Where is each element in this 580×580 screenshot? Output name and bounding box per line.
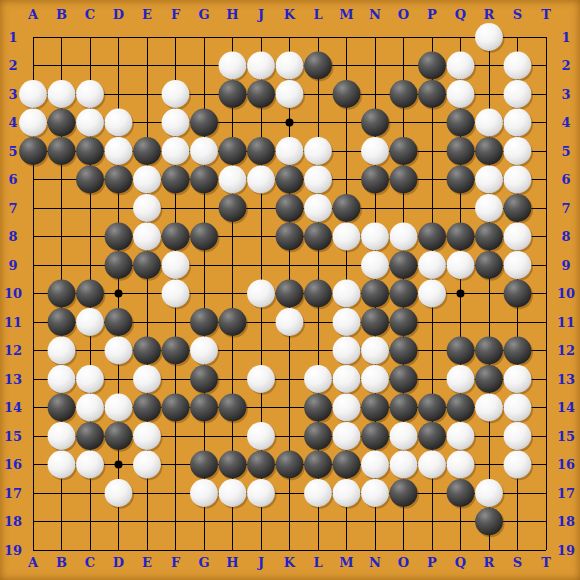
coord-label-bottom-E: E <box>142 555 152 570</box>
stone-white-Q3[interactable] <box>447 80 475 108</box>
stone-white-K2[interactable] <box>276 52 304 80</box>
coord-label-left-8: 8 <box>8 229 17 244</box>
coord-label-left-11: 11 <box>4 315 22 330</box>
stone-white-S9[interactable] <box>504 251 532 279</box>
coord-label-right-19: 19 <box>557 543 575 558</box>
stone-black-K6[interactable] <box>276 166 304 194</box>
coord-label-bottom-M: M <box>339 555 353 570</box>
coord-label-left-9: 9 <box>8 258 17 273</box>
stone-black-P15[interactable] <box>418 422 446 450</box>
stone-black-C6[interactable] <box>76 166 104 194</box>
stone-white-A3[interactable] <box>19 80 47 108</box>
stone-white-F3[interactable] <box>162 80 190 108</box>
stone-black-G8[interactable] <box>190 223 218 251</box>
stone-white-N12[interactable] <box>361 337 389 365</box>
stone-black-L10[interactable] <box>304 280 332 308</box>
stone-black-Q4[interactable] <box>447 109 475 137</box>
stone-black-G4[interactable] <box>190 109 218 137</box>
stone-white-C14[interactable] <box>76 394 104 422</box>
stone-black-O12[interactable] <box>390 337 418 365</box>
coord-label-top-Q: Q <box>455 7 466 22</box>
coord-label-left-1: 1 <box>8 30 17 45</box>
stone-white-S8[interactable] <box>504 223 532 251</box>
stone-white-S14[interactable] <box>504 394 532 422</box>
coord-label-right-2: 2 <box>561 58 570 73</box>
coord-label-left-16: 16 <box>4 457 22 472</box>
stone-white-O15[interactable] <box>390 422 418 450</box>
coord-label-right-9: 9 <box>561 258 570 273</box>
stone-white-E8[interactable] <box>133 223 161 251</box>
stone-black-Q5[interactable] <box>447 137 475 165</box>
coord-label-right-11: 11 <box>557 315 575 330</box>
coord-label-right-8: 8 <box>561 229 570 244</box>
stone-black-H3[interactable] <box>219 80 247 108</box>
stone-white-M13[interactable] <box>333 365 361 393</box>
star-point-K4 <box>286 119 294 127</box>
stone-black-F6[interactable] <box>162 166 190 194</box>
stone-white-M12[interactable] <box>333 337 361 365</box>
stone-white-N9[interactable] <box>361 251 389 279</box>
stone-white-S2[interactable] <box>504 52 532 80</box>
coord-label-top-C: C <box>85 7 95 22</box>
stone-white-R17[interactable] <box>475 479 503 507</box>
stone-white-C16[interactable] <box>76 451 104 479</box>
stone-white-B13[interactable] <box>48 365 76 393</box>
stone-white-E6[interactable] <box>133 166 161 194</box>
stone-white-D5[interactable] <box>105 137 133 165</box>
coord-label-top-D: D <box>113 7 124 22</box>
stone-white-S15[interactable] <box>504 422 532 450</box>
stone-white-M17[interactable] <box>333 479 361 507</box>
coord-label-left-12: 12 <box>4 343 22 358</box>
stone-white-C11[interactable] <box>76 308 104 336</box>
coord-label-left-13: 13 <box>4 372 22 387</box>
stone-black-P2[interactable] <box>418 52 446 80</box>
stone-white-Q9[interactable] <box>447 251 475 279</box>
stone-black-H14[interactable] <box>219 394 247 422</box>
stone-black-R13[interactable] <box>475 365 503 393</box>
coord-label-top-N: N <box>369 7 381 22</box>
coord-label-top-J: J <box>257 7 264 22</box>
stone-white-H2[interactable] <box>219 52 247 80</box>
stone-white-F4[interactable] <box>162 109 190 137</box>
stone-white-K5[interactable] <box>276 137 304 165</box>
stone-black-D8[interactable] <box>105 223 133 251</box>
stone-black-P14[interactable] <box>418 394 446 422</box>
stone-black-G14[interactable] <box>190 394 218 422</box>
coord-label-left-6: 6 <box>8 172 17 187</box>
coord-label-top-K: K <box>284 7 296 22</box>
coord-label-bottom-A: A <box>27 555 39 570</box>
stone-white-S5[interactable] <box>504 137 532 165</box>
stone-black-B11[interactable] <box>48 308 76 336</box>
coord-label-right-16: 16 <box>557 457 575 472</box>
stone-white-O16[interactable] <box>390 451 418 479</box>
stone-white-N5[interactable] <box>361 137 389 165</box>
coord-label-right-10: 10 <box>557 286 575 301</box>
coord-label-left-7: 7 <box>8 201 17 216</box>
stone-white-D14[interactable] <box>105 394 133 422</box>
stone-white-L13[interactable] <box>304 365 332 393</box>
stone-black-G6[interactable] <box>190 166 218 194</box>
stone-black-N14[interactable] <box>361 394 389 422</box>
coord-label-left-3: 3 <box>8 87 17 102</box>
stone-black-Q6[interactable] <box>447 166 475 194</box>
coord-label-bottom-S: S <box>513 555 522 570</box>
stone-black-D15[interactable] <box>105 422 133 450</box>
coord-label-bottom-L: L <box>313 555 322 570</box>
stone-black-J3[interactable] <box>247 80 275 108</box>
stone-white-N13[interactable] <box>361 365 389 393</box>
coord-label-bottom-D: D <box>113 555 124 570</box>
coord-label-top-H: H <box>226 7 238 22</box>
stone-white-D17[interactable] <box>105 479 133 507</box>
stone-black-J5[interactable] <box>247 137 275 165</box>
stone-black-O14[interactable] <box>390 394 418 422</box>
stone-black-L14[interactable] <box>304 394 332 422</box>
coord-label-bottom-K: K <box>284 555 296 570</box>
stone-black-C15[interactable] <box>76 422 104 450</box>
stone-white-S3[interactable] <box>504 80 532 108</box>
coord-label-left-17: 17 <box>4 486 22 501</box>
stone-white-R14[interactable] <box>475 394 503 422</box>
stone-black-N10[interactable] <box>361 280 389 308</box>
stone-white-N17[interactable] <box>361 479 389 507</box>
coord-label-left-2: 2 <box>8 58 17 73</box>
stone-black-F14[interactable] <box>162 394 190 422</box>
coord-label-top-B: B <box>56 7 67 22</box>
coord-label-bottom-O: O <box>398 555 409 570</box>
coord-label-right-7: 7 <box>561 201 570 216</box>
stone-black-O5[interactable] <box>390 137 418 165</box>
stone-white-P10[interactable] <box>418 280 446 308</box>
stone-white-J2[interactable] <box>247 52 275 80</box>
stone-white-C4[interactable] <box>76 109 104 137</box>
stone-black-L2[interactable] <box>304 52 332 80</box>
stone-black-C10[interactable] <box>76 280 104 308</box>
stone-black-B4[interactable] <box>48 109 76 137</box>
stone-black-D6[interactable] <box>105 166 133 194</box>
coord-label-top-T: T <box>541 7 551 22</box>
stone-black-K7[interactable] <box>276 194 304 222</box>
stone-black-O6[interactable] <box>390 166 418 194</box>
stone-white-L7[interactable] <box>304 194 332 222</box>
stone-white-D12[interactable] <box>105 337 133 365</box>
stone-black-F8[interactable] <box>162 223 190 251</box>
stone-black-O11[interactable] <box>390 308 418 336</box>
coord-label-top-A: A <box>27 7 39 22</box>
stone-black-K16[interactable] <box>276 451 304 479</box>
coord-label-right-14: 14 <box>557 400 575 415</box>
coord-label-right-5: 5 <box>561 144 570 159</box>
stone-black-O9[interactable] <box>390 251 418 279</box>
stone-black-E5[interactable] <box>133 137 161 165</box>
stone-white-M15[interactable] <box>333 422 361 450</box>
stone-black-G16[interactable] <box>190 451 218 479</box>
stone-white-P16[interactable] <box>418 451 446 479</box>
stone-black-M16[interactable] <box>333 451 361 479</box>
stone-white-M11[interactable] <box>333 308 361 336</box>
stone-black-Q14[interactable] <box>447 394 475 422</box>
coord-label-right-12: 12 <box>557 343 575 358</box>
stone-white-E16[interactable] <box>133 451 161 479</box>
stone-black-L15[interactable] <box>304 422 332 450</box>
stone-black-L16[interactable] <box>304 451 332 479</box>
stone-white-P9[interactable] <box>418 251 446 279</box>
stone-white-H6[interactable] <box>219 166 247 194</box>
coord-label-top-G: G <box>198 7 209 22</box>
stone-white-G17[interactable] <box>190 479 218 507</box>
coord-label-left-14: 14 <box>4 400 22 415</box>
coord-label-bottom-C: C <box>85 555 95 570</box>
go-board[interactable]: AABBCCDDEEFFGGHHJJKKLLMMNNOOPPQQRRSSTT11… <box>0 0 580 580</box>
stone-white-Q2[interactable] <box>447 52 475 80</box>
coord-label-left-4: 4 <box>8 115 17 130</box>
stone-black-L8[interactable] <box>304 223 332 251</box>
stone-black-O17[interactable] <box>390 479 418 507</box>
stone-black-G11[interactable] <box>190 308 218 336</box>
stone-white-Q15[interactable] <box>447 422 475 450</box>
stone-black-E12[interactable] <box>133 337 161 365</box>
stone-black-E9[interactable] <box>133 251 161 279</box>
stone-black-R8[interactable] <box>475 223 503 251</box>
stone-white-S6[interactable] <box>504 166 532 194</box>
stone-black-D9[interactable] <box>105 251 133 279</box>
stone-white-J13[interactable] <box>247 365 275 393</box>
stone-white-E7[interactable] <box>133 194 161 222</box>
coord-label-top-M: M <box>339 7 353 22</box>
coord-label-bottom-T: T <box>541 555 551 570</box>
coord-label-top-S: S <box>513 7 522 22</box>
stone-black-P8[interactable] <box>418 223 446 251</box>
stone-black-N4[interactable] <box>361 109 389 137</box>
star-point-D16 <box>115 461 123 469</box>
stone-black-O13[interactable] <box>390 365 418 393</box>
coord-label-bottom-F: F <box>171 555 181 570</box>
stone-white-R1[interactable] <box>475 23 503 51</box>
stone-white-J15[interactable] <box>247 422 275 450</box>
stone-black-Q8[interactable] <box>447 223 475 251</box>
coord-label-right-1: 1 <box>561 30 570 45</box>
stone-white-B3[interactable] <box>48 80 76 108</box>
coord-label-top-L: L <box>313 7 322 22</box>
stone-white-E15[interactable] <box>133 422 161 450</box>
stone-black-S12[interactable] <box>504 337 532 365</box>
coord-label-right-3: 3 <box>561 87 570 102</box>
stone-white-B16[interactable] <box>48 451 76 479</box>
stone-white-M14[interactable] <box>333 394 361 422</box>
stone-black-O3[interactable] <box>390 80 418 108</box>
go-board-screen: AABBCCDDEEFFGGHHJJKKLLMMNNOOPPQQRRSSTT11… <box>0 0 580 580</box>
stone-black-C5[interactable] <box>76 137 104 165</box>
coord-label-bottom-N: N <box>369 555 381 570</box>
coord-label-bottom-J: J <box>257 555 264 570</box>
coord-label-bottom-B: B <box>56 555 67 570</box>
stone-white-F9[interactable] <box>162 251 190 279</box>
stone-white-C3[interactable] <box>76 80 104 108</box>
stone-white-M8[interactable] <box>333 223 361 251</box>
stone-black-K10[interactable] <box>276 280 304 308</box>
coord-label-top-O: O <box>398 7 409 22</box>
stone-black-S7[interactable] <box>504 194 532 222</box>
stone-white-L17[interactable] <box>304 479 332 507</box>
stone-black-H11[interactable] <box>219 308 247 336</box>
stone-white-C13[interactable] <box>76 365 104 393</box>
stone-white-J10[interactable] <box>247 280 275 308</box>
stone-white-L5[interactable] <box>304 137 332 165</box>
coord-label-left-10: 10 <box>4 286 22 301</box>
stone-black-H5[interactable] <box>219 137 247 165</box>
stone-black-S10[interactable] <box>504 280 532 308</box>
stone-black-K8[interactable] <box>276 223 304 251</box>
stone-black-R5[interactable] <box>475 137 503 165</box>
coord-label-bottom-H: H <box>226 555 238 570</box>
stone-white-D4[interactable] <box>105 109 133 137</box>
star-point-D10 <box>115 290 123 298</box>
coord-label-top-R: R <box>484 7 495 22</box>
coord-label-right-13: 13 <box>557 372 575 387</box>
coord-label-top-P: P <box>427 7 437 22</box>
stone-white-Q13[interactable] <box>447 365 475 393</box>
stone-black-B14[interactable] <box>48 394 76 422</box>
stone-white-M10[interactable] <box>333 280 361 308</box>
stone-black-F12[interactable] <box>162 337 190 365</box>
stone-black-R18[interactable] <box>475 508 503 536</box>
stone-black-M7[interactable] <box>333 194 361 222</box>
coord-label-bottom-P: P <box>427 555 437 570</box>
coord-label-right-6: 6 <box>561 172 570 187</box>
stone-black-O10[interactable] <box>390 280 418 308</box>
coord-label-right-15: 15 <box>557 429 575 444</box>
stone-white-K11[interactable] <box>276 308 304 336</box>
stone-white-N8[interactable] <box>361 223 389 251</box>
stone-white-H17[interactable] <box>219 479 247 507</box>
stone-black-N15[interactable] <box>361 422 389 450</box>
coord-label-bottom-R: R <box>484 555 495 570</box>
stone-white-F5[interactable] <box>162 137 190 165</box>
stone-black-R9[interactable] <box>475 251 503 279</box>
coord-label-left-19: 19 <box>4 543 22 558</box>
stone-white-R7[interactable] <box>475 194 503 222</box>
stone-black-P3[interactable] <box>418 80 446 108</box>
stone-white-B15[interactable] <box>48 422 76 450</box>
coord-label-bottom-Q: Q <box>455 555 466 570</box>
stone-white-J17[interactable] <box>247 479 275 507</box>
coord-label-left-18: 18 <box>4 514 22 529</box>
stone-black-J16[interactable] <box>247 451 275 479</box>
stone-black-R12[interactable] <box>475 337 503 365</box>
stone-white-E13[interactable] <box>133 365 161 393</box>
stone-black-H7[interactable] <box>219 194 247 222</box>
stone-black-N6[interactable] <box>361 166 389 194</box>
stone-black-A5[interactable] <box>19 137 47 165</box>
coord-label-left-5: 5 <box>8 144 17 159</box>
stone-white-R6[interactable] <box>475 166 503 194</box>
star-point-Q10 <box>457 290 465 298</box>
coord-label-right-4: 4 <box>561 115 570 130</box>
stone-white-K3[interactable] <box>276 80 304 108</box>
stone-white-R4[interactable] <box>475 109 503 137</box>
stone-white-A4[interactable] <box>19 109 47 137</box>
stone-black-B10[interactable] <box>48 280 76 308</box>
stone-black-N11[interactable] <box>361 308 389 336</box>
stone-white-L6[interactable] <box>304 166 332 194</box>
coord-label-top-E: E <box>142 7 152 22</box>
stone-black-E14[interactable] <box>133 394 161 422</box>
coord-label-right-17: 17 <box>557 486 575 501</box>
stone-white-S4[interactable] <box>504 109 532 137</box>
stone-white-G5[interactable] <box>190 137 218 165</box>
stone-white-O8[interactable] <box>390 223 418 251</box>
stone-white-F10[interactable] <box>162 280 190 308</box>
stone-white-J6[interactable] <box>247 166 275 194</box>
stone-white-Q16[interactable] <box>447 451 475 479</box>
stone-black-Q12[interactable] <box>447 337 475 365</box>
stone-white-S13[interactable] <box>504 365 532 393</box>
stone-black-B5[interactable] <box>48 137 76 165</box>
stone-black-M3[interactable] <box>333 80 361 108</box>
stone-white-N16[interactable] <box>361 451 389 479</box>
stone-black-D11[interactable] <box>105 308 133 336</box>
stone-black-H16[interactable] <box>219 451 247 479</box>
stone-white-B12[interactable] <box>48 337 76 365</box>
stone-white-G12[interactable] <box>190 337 218 365</box>
stone-black-G13[interactable] <box>190 365 218 393</box>
stone-white-S16[interactable] <box>504 451 532 479</box>
coord-label-top-F: F <box>171 7 181 22</box>
coord-label-left-15: 15 <box>4 429 22 444</box>
coord-label-right-18: 18 <box>557 514 575 529</box>
coord-label-bottom-G: G <box>198 555 209 570</box>
stone-black-Q17[interactable] <box>447 479 475 507</box>
